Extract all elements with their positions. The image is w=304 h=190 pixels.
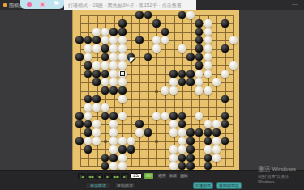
black-stone [92,36,101,45]
white-stone [161,86,170,95]
tool-button-2[interactable]: 坐标 [179,173,189,179]
black-stone [178,78,187,87]
black-stone [152,19,161,28]
go-board[interactable]: ◤ [72,10,239,171]
black-stone [195,36,204,45]
white-stone [178,145,187,154]
black-stone [92,70,101,79]
white-stone [101,78,110,87]
grid-line-h [80,99,235,100]
white-stone [92,28,101,37]
white-stone [118,154,127,163]
white-stone [204,120,213,129]
white-stone [92,61,101,70]
white-stone [135,128,144,137]
white-stone [109,137,118,146]
white-stone [109,53,118,62]
white-stone [109,44,118,53]
black-stone [84,70,93,79]
white-stone [101,36,110,45]
white-stone [195,86,204,95]
white-stone [204,36,213,45]
go-button[interactable]: GO [144,173,153,179]
thumb-up-icon[interactable] [27,2,32,7]
white-stone [109,145,118,154]
black-stone [101,86,110,95]
black-stone [204,154,213,163]
move-number-input[interactable] [130,173,142,179]
black-stone [204,128,213,137]
white-stone [84,53,93,62]
white-stone [212,145,221,154]
black-stone [101,53,110,62]
black-stone [221,120,230,129]
black-stone [92,78,101,87]
nav-button-2[interactable]: ◀ [95,173,103,179]
white-stone [178,128,187,137]
black-stone [92,95,101,104]
nav-button-1[interactable]: ◀◀ [87,173,95,179]
white-stone [109,78,118,87]
white-stone [92,120,101,129]
black-stone [178,154,187,163]
app-icon [3,3,7,7]
star-point [104,140,107,143]
minimize-button[interactable]: — [292,1,298,7]
overlay-text: 打谱模式 · 19路 · 黑先贴3¾子 · 第152手 · 点击查看 [68,2,182,8]
white-stone [169,78,178,87]
black-stone [135,11,144,20]
black-stone [109,86,118,95]
tool-button-1[interactable]: 标记 [168,173,178,179]
white-stone [212,78,221,87]
white-stone [221,70,230,79]
black-stone [186,137,195,146]
white-stone [101,28,110,37]
black-stone [195,53,204,62]
white-stone [118,44,127,53]
white-stone [109,128,118,137]
black-stone [186,53,195,62]
white-stone [186,11,195,20]
white-stone [195,112,204,121]
action-button-0[interactable]: 保存棋谱 [85,182,111,189]
white-stone [118,61,127,70]
black-stone [195,19,204,28]
nav-button-3[interactable]: ▶ [104,173,112,179]
black-stone [144,128,153,137]
teal-action-button-1[interactable]: 返回对局室 [216,182,242,189]
white-stone [212,120,221,129]
black-stone [186,145,195,154]
black-stone [186,154,195,163]
white-stone [169,86,178,95]
black-stone [221,137,230,146]
black-stone [75,137,84,146]
black-stone [118,86,127,95]
action-button-1[interactable]: 复制棋谱 [114,182,136,189]
white-stone [84,44,93,53]
black-stone [118,145,127,154]
black-stone [84,95,93,104]
white-stone [178,44,187,53]
white-stone [212,154,221,163]
white-stone [127,137,136,146]
black-stone [101,154,110,163]
white-stone [84,103,93,112]
black-stone [144,11,153,20]
white-stone [118,36,127,45]
white-stone [101,61,110,70]
black-stone [84,61,93,70]
white-stone [109,61,118,70]
white-stone [169,145,178,154]
white-stone [204,86,213,95]
white-stone [152,44,161,53]
black-stone [204,137,213,146]
white-stone [204,44,213,53]
black-stone [195,61,204,70]
flag-icon[interactable]: ⚑ [53,0,59,9]
last-move-marker [120,71,125,76]
star-point [155,140,158,143]
white-stone [152,36,161,45]
black-stone [221,95,230,104]
white-stone [204,53,213,62]
black-stone [135,120,144,129]
right-panel [239,10,304,170]
black-stone [178,112,187,121]
black-stone [118,19,127,28]
white-stone [195,70,204,79]
white-stone [92,103,101,112]
black-stone [84,145,93,154]
white-stone [161,36,170,45]
black-stone [169,112,178,121]
watermark-line2: 转到"设置"以激活 Windows。 [258,175,304,184]
black-stone [221,19,230,28]
black-stone [186,128,195,137]
white-stone [118,53,127,62]
black-stone [135,36,144,45]
white-stone [212,137,221,146]
black-stone [75,112,84,121]
white-stone [109,70,118,79]
black-stone [118,28,127,37]
white-stone [92,44,101,53]
white-stone [169,128,178,137]
black-stone [186,78,195,87]
nav-button-5[interactable]: ▶| [121,173,129,179]
nav-button-0[interactable]: |◀ [78,173,86,179]
white-stone [204,70,213,79]
title-bar: 围棋打谱 ⚑ 打谱模式 · 19路 · 黑先贴3¾子 · 第152手 · 点击查… [0,0,304,10]
black-stone [169,70,178,79]
black-stone [109,112,118,121]
white-stone [118,95,127,104]
overlay-strip: 打谱模式 · 19路 · 黑先贴3¾子 · 第152手 · 点击查看 [64,0,196,10]
white-stone [204,61,213,70]
mouse-cursor-icon: ◤ [130,56,135,63]
black-stone [195,44,204,53]
black-stone [127,145,136,154]
white-stone [169,120,178,129]
black-stone [221,112,230,121]
black-stone [109,154,118,163]
white-stone [118,112,127,121]
app-window: 围棋打谱 ⚑ 打谱模式 · 19路 · 黑先贴3¾子 · 第152手 · 点击查… [0,0,304,190]
white-stone [92,128,101,137]
black-stone [75,53,84,62]
white-stone [118,137,127,146]
white-stone [109,36,118,45]
watermark-line1: 激活 Windows [258,165,304,174]
windows-activation-watermark: 激活 Windows 转到"设置"以激活 Windows。 [258,165,304,184]
white-stone [178,137,187,146]
white-stone [195,78,204,87]
white-stone [152,112,161,121]
black-stone [212,128,221,137]
black-stone [195,128,204,137]
overlay-pill: ⚑ [20,0,64,9]
black-stone [178,120,187,129]
white-stone [229,61,238,70]
black-stone [178,11,187,20]
black-stone [161,28,170,37]
black-stone [101,112,110,121]
black-stone [109,28,118,37]
record-dot-icon[interactable] [40,2,45,7]
black-stone [84,128,93,137]
black-stone [195,28,204,37]
white-stone [169,154,178,163]
white-stone [118,78,127,87]
tool-button-0[interactable]: 吃子 [157,173,167,179]
black-stone [178,70,187,79]
black-stone [101,70,110,79]
white-stone [84,137,93,146]
white-stone [204,28,213,37]
white-stone [204,19,213,28]
white-stone [92,137,101,146]
white-stone [84,112,93,121]
black-stone [84,36,93,45]
black-stone [75,120,84,129]
white-stone [204,145,213,154]
black-stone [186,70,195,79]
black-stone [84,120,93,129]
white-stone [101,103,110,112]
white-stone [229,36,238,45]
white-stone [161,112,170,121]
black-stone [144,53,153,62]
left-panel [0,10,72,170]
black-stone [221,44,230,53]
black-stone [101,44,110,53]
black-stone [75,36,84,45]
white-stone [109,120,118,129]
nav-button-4[interactable]: ▶▶ [112,173,120,179]
teal-action-button-0[interactable]: 申请对局 [193,182,213,189]
